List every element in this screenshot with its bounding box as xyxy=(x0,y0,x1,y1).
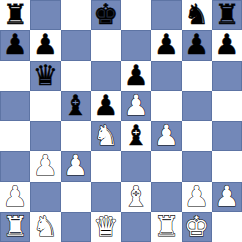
square-a6[interactable] xyxy=(0,61,30,91)
square-a8[interactable]: ♜ xyxy=(0,0,30,30)
square-g8[interactable]: ♞ xyxy=(182,0,212,30)
square-f1[interactable]: ♜ xyxy=(151,212,181,242)
square-g7[interactable]: ♟ xyxy=(182,30,212,60)
square-e8[interactable] xyxy=(121,0,151,30)
square-h2[interactable]: ♟ xyxy=(212,182,242,212)
square-a3[interactable] xyxy=(0,151,30,181)
white-knight-piece: ♞ xyxy=(93,122,118,150)
black-knight-piece: ♞ xyxy=(184,1,209,29)
black-pawn-piece: ♟ xyxy=(124,62,149,90)
square-b6[interactable]: ♛ xyxy=(30,61,60,91)
square-h1[interactable] xyxy=(212,212,242,242)
white-pawn-piece: ♟ xyxy=(63,152,88,180)
square-f2[interactable] xyxy=(151,182,181,212)
square-a5[interactable] xyxy=(0,91,30,121)
square-e6[interactable]: ♟ xyxy=(121,61,151,91)
square-a2[interactable]: ♟ xyxy=(0,182,30,212)
square-c3[interactable]: ♟ xyxy=(61,151,91,181)
black-bishop-piece: ♝ xyxy=(63,92,88,120)
black-pawn-piece: ♟ xyxy=(33,31,58,59)
square-e2[interactable]: ♝ xyxy=(121,182,151,212)
white-pawn-piece: ♟ xyxy=(124,92,149,120)
square-b1[interactable]: ♞ xyxy=(30,212,60,242)
square-b8[interactable] xyxy=(30,0,60,30)
white-rook-piece: ♜ xyxy=(154,213,179,241)
square-c2[interactable] xyxy=(61,182,91,212)
square-d7[interactable] xyxy=(91,30,121,60)
black-pawn-piece: ♟ xyxy=(93,92,118,120)
square-h4[interactable] xyxy=(212,121,242,151)
black-pawn-piece: ♟ xyxy=(214,31,239,59)
square-e7[interactable] xyxy=(121,30,151,60)
square-b7[interactable]: ♟ xyxy=(30,30,60,60)
square-f7[interactable]: ♟ xyxy=(151,30,181,60)
square-h8[interactable]: ♜ xyxy=(212,0,242,30)
square-f8[interactable] xyxy=(151,0,181,30)
square-e4[interactable]: ♝ xyxy=(121,121,151,151)
square-h7[interactable]: ♟ xyxy=(212,30,242,60)
square-d8[interactable]: ♚ xyxy=(91,0,121,30)
square-g5[interactable] xyxy=(182,91,212,121)
square-b4[interactable] xyxy=(30,121,60,151)
square-g1[interactable]: ♚ xyxy=(182,212,212,242)
white-pawn-piece: ♟ xyxy=(33,152,58,180)
square-d1[interactable]: ♛ xyxy=(91,212,121,242)
white-pawn-piece: ♟ xyxy=(3,183,28,211)
black-pawn-piece: ♟ xyxy=(184,31,209,59)
square-f3[interactable] xyxy=(151,151,181,181)
square-b3[interactable]: ♟ xyxy=(30,151,60,181)
square-c5[interactable]: ♝ xyxy=(61,91,91,121)
black-bishop-piece: ♝ xyxy=(124,122,149,150)
square-h6[interactable] xyxy=(212,61,242,91)
square-f6[interactable] xyxy=(151,61,181,91)
square-b2[interactable] xyxy=(30,182,60,212)
square-f4[interactable]: ♟ xyxy=(151,121,181,151)
black-rook-piece: ♜ xyxy=(3,1,28,29)
square-a7[interactable]: ♟ xyxy=(0,30,30,60)
white-king-piece: ♚ xyxy=(184,213,209,241)
black-rook-piece: ♜ xyxy=(214,1,239,29)
square-h3[interactable] xyxy=(212,151,242,181)
square-c4[interactable] xyxy=(61,121,91,151)
black-pawn-piece: ♟ xyxy=(3,31,28,59)
square-g3[interactable] xyxy=(182,151,212,181)
white-rook-piece: ♜ xyxy=(3,213,28,241)
white-knight-piece: ♞ xyxy=(33,213,58,241)
white-bishop-piece: ♝ xyxy=(124,183,149,211)
black-king-piece: ♚ xyxy=(93,1,118,29)
square-d4[interactable]: ♞ xyxy=(91,121,121,151)
square-c1[interactable] xyxy=(61,212,91,242)
square-g6[interactable] xyxy=(182,61,212,91)
square-a4[interactable] xyxy=(0,121,30,151)
square-d6[interactable] xyxy=(91,61,121,91)
square-h5[interactable] xyxy=(212,91,242,121)
square-c6[interactable] xyxy=(61,61,91,91)
square-c7[interactable] xyxy=(61,30,91,60)
square-e1[interactable] xyxy=(121,212,151,242)
square-g2[interactable]: ♟ xyxy=(182,182,212,212)
white-queen-piece: ♛ xyxy=(93,213,118,241)
white-pawn-piece: ♟ xyxy=(154,122,179,150)
black-pawn-piece: ♟ xyxy=(154,31,179,59)
square-c8[interactable] xyxy=(61,0,91,30)
chess-board: ♜♚♞♜♟♟♟♟♟♛♟♝♟♟♞♝♟♟♟♟♝♟♟♜♞♛♜♚ xyxy=(0,0,242,242)
white-pawn-piece: ♟ xyxy=(214,183,239,211)
square-e5[interactable]: ♟ xyxy=(121,91,151,121)
square-g4[interactable] xyxy=(182,121,212,151)
square-b5[interactable] xyxy=(30,91,60,121)
square-d3[interactable] xyxy=(91,151,121,181)
square-f5[interactable] xyxy=(151,91,181,121)
black-queen-piece: ♛ xyxy=(33,62,58,90)
square-d2[interactable] xyxy=(91,182,121,212)
square-d5[interactable]: ♟ xyxy=(91,91,121,121)
square-a1[interactable]: ♜ xyxy=(0,212,30,242)
white-pawn-piece: ♟ xyxy=(184,183,209,211)
square-e3[interactable] xyxy=(121,151,151,181)
